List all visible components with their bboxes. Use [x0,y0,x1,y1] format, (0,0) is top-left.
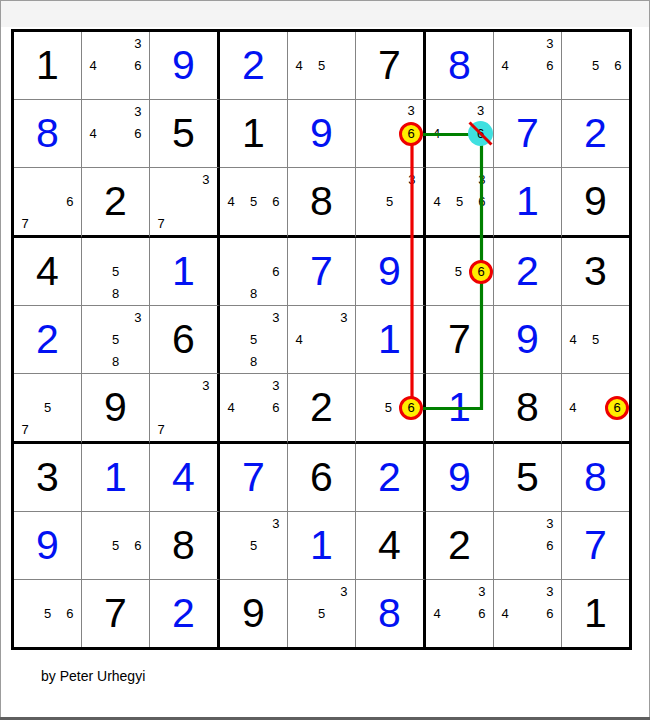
cell-r9c7[interactable]: 346 [426,580,494,647]
cell-value: 8 [494,374,561,441]
cell-value: 5 [150,100,217,167]
candidate-3: 3 [468,100,493,121]
cell-r4c2[interactable]: 58 [82,238,150,306]
cell-r3c4[interactable]: 456 [220,168,288,238]
cell-r9c6[interactable]: 8 [356,580,426,647]
highlighted-candidate-6: 6 [468,121,493,146]
cell-r8c1[interactable]: 9 [14,512,82,580]
candidate-6: 6 [539,54,561,76]
candidate-grid: 56 [562,32,629,99]
cell-r4c8[interactable]: 2 [494,238,562,306]
cell-r1c3[interactable]: 9 [150,32,220,100]
cell-r6c9[interactable]: 46 [562,374,629,444]
cell-value: 9 [356,238,423,305]
cell-r9c3[interactable]: 2 [150,580,220,647]
cell-value: 1 [288,512,355,579]
candidate-8: 8 [104,283,126,305]
candidate-5: 5 [104,328,126,350]
app-window: 1346924578346568346519363467267237456835… [0,0,650,720]
candidate-4: 4 [82,122,104,144]
candidate-grid: 45 [288,32,355,99]
cell-value: 1 [562,580,629,647]
cell-r5c8[interactable]: 9 [494,306,562,374]
candidate-3: 3 [539,580,561,602]
cell-value: 9 [426,444,493,511]
cell-r9c8[interactable]: 346 [494,580,562,647]
cell-r3c6[interactable]: 35 [356,168,426,238]
cell-r4c6[interactable]: 9 [356,238,426,306]
candidate-grid: 456 [220,168,287,235]
cell-value: 1 [494,168,561,235]
cell-r6c1[interactable]: 57 [14,374,82,444]
candidate-grid: 67 [14,168,81,235]
cell-r7c6[interactable]: 2 [356,444,426,512]
highlighted-candidate-6: 6 [399,122,423,146]
candidate-grid: 358 [82,306,149,373]
cell-value: 8 [356,580,423,647]
cell-r5c9[interactable]: 45 [562,306,629,374]
cell-r4c9[interactable]: 3 [562,238,629,306]
cell-r4c1[interactable]: 4 [14,238,82,306]
cell-value: 2 [426,512,493,579]
cell-r1c6[interactable]: 7 [356,32,426,100]
candidate-8: 8 [242,351,264,373]
candidate-3: 3 [127,32,149,54]
cell-value: 7 [494,100,561,167]
candidate-grid: 37 [150,374,217,441]
candidate-3: 3 [471,580,493,602]
candidate-6: 6 [471,602,493,624]
cell-r4c4[interactable]: 68 [220,238,288,306]
candidate-grid: 35 [288,580,355,647]
candidate-5: 5 [378,190,400,212]
cell-value: 1 [220,100,287,167]
candidate-6: 6 [539,602,561,624]
candidate-5: 5 [584,328,606,350]
cell-value: 2 [288,374,355,441]
cell-value: 1 [82,444,149,511]
candidate-grid: 36 [494,512,561,579]
candidate-6: 6 [265,190,287,212]
candidate-4: 4 [288,54,310,76]
candidate-7: 7 [14,213,36,235]
candidate-6: 6 [607,54,629,76]
candidate-5: 5 [104,534,126,556]
cell-r2c8[interactable]: 7 [494,100,562,168]
cell-r5c4[interactable]: 358 [220,306,288,374]
candidate-6: 6 [265,260,287,282]
candidate-3: 3 [265,374,287,396]
cell-r3c2[interactable]: 2 [82,168,150,238]
candidate-grid: 346 [220,374,287,441]
cell-r6c8[interactable]: 8 [494,374,562,444]
candidate-6: 6 [127,122,149,144]
cell-r2c5[interactable]: 9 [288,100,356,168]
cell-value: 5 [494,444,561,511]
candidate-3: 3 [127,306,149,328]
candidate-grid: 46 [562,374,629,441]
cell-r1c5[interactable]: 45 [288,32,356,100]
cell-value: 7 [356,32,423,99]
cell-r7c1[interactable]: 3 [14,444,82,512]
cell-r3c7[interactable]: 3456 [426,168,494,238]
cell-value: 7 [426,306,493,373]
candidate-slot: 6 [468,121,493,146]
cell-value: 9 [288,100,355,167]
candidate-4: 4 [426,190,448,212]
cell-value: 1 [14,32,81,99]
candidate-grid: 35 [220,512,287,579]
cell-r3c5[interactable]: 8 [288,168,356,238]
cell-r6c6[interactable]: 56 [356,374,426,444]
cell-r6c5[interactable]: 2 [288,374,356,444]
candidate-4: 4 [494,602,516,624]
candidate-3: 3 [471,168,493,190]
candidate-grid: 36 [356,100,423,167]
candidate-grid: 346 [494,580,561,647]
cell-value: 1 [150,238,217,305]
candidate-5: 5 [36,602,58,624]
cell-value: 1 [356,306,423,373]
candidate-6: 6 [59,602,81,624]
cell-r9c2[interactable]: 7 [82,580,150,647]
cell-r4c5[interactable]: 7 [288,238,356,306]
candidate-3: 3 [333,580,355,602]
cell-r1c4[interactable]: 2 [220,32,288,100]
candidate-grid: 56 [82,512,149,579]
cell-r2c3[interactable]: 5 [150,100,220,168]
cell-r6c7[interactable]: 1 [426,374,494,444]
candidate-6: 6 [265,396,287,418]
candidate-6: 6 [59,190,81,212]
cell-value: 2 [150,580,217,647]
candidate-3: 3 [265,512,287,534]
candidate-3: 3 [195,374,217,396]
candidate-slot: 6 [399,396,423,420]
candidate-6: 6 [539,534,561,556]
candidate-5: 5 [448,260,470,284]
cell-r7c2[interactable]: 1 [82,444,150,512]
cell-r1c2[interactable]: 346 [82,32,150,100]
cell-r8c9[interactable]: 7 [562,512,629,580]
cell-r7c9[interactable]: 8 [562,444,629,512]
cell-r5c2[interactable]: 358 [82,306,150,374]
cell-r3c8[interactable]: 1 [494,168,562,238]
candidate-3: 3 [127,100,149,122]
candidate-grid: 56 [356,374,423,441]
cell-value: 3 [14,444,81,511]
cell-r9c9[interactable]: 1 [562,580,629,647]
cell-r8c5[interactable]: 1 [288,512,356,580]
candidate-4: 4 [426,121,447,146]
candidate-grid: 56 [14,580,81,647]
candidate-grid: 346 [82,32,149,99]
cell-r1c9[interactable]: 56 [562,32,629,100]
candidate-grid: 34 [288,306,355,373]
candidate-3: 3 [539,512,561,534]
author-caption: by Peter Urhegyi [41,668,145,684]
window-top-strip [1,1,649,27]
candidate-3: 3 [539,32,561,54]
candidate-grid: 58 [82,238,149,305]
cell-r9c1[interactable]: 56 [14,580,82,647]
cell-r2c4[interactable]: 1 [220,100,288,168]
cell-value: 9 [82,374,149,441]
sudoku-diagram: 1346924578346568346519363467267237456835… [0,0,650,717]
cell-r1c8[interactable]: 346 [494,32,562,100]
cell-value: 2 [220,32,287,99]
cell-value: 4 [356,512,423,579]
candidate-6: 6 [127,54,149,76]
candidate-4: 4 [494,54,516,76]
highlighted-candidate-6: 6 [469,260,493,284]
cell-r6c2[interactable]: 9 [82,374,150,444]
candidate-7: 7 [150,213,172,235]
cell-value: 2 [14,306,81,373]
cell-r8c3[interactable]: 8 [150,512,220,580]
candidate-5: 5 [242,534,264,556]
candidate-grid: 346 [426,580,493,647]
cell-r2c2[interactable]: 346 [82,100,150,168]
candidate-5: 5 [104,260,126,282]
cell-r1c1[interactable]: 1 [14,32,82,100]
candidate-grid: 57 [14,374,81,441]
cell-r6c4[interactable]: 346 [220,374,288,444]
cell-r4c3[interactable]: 1 [150,238,220,306]
candidate-7: 7 [14,419,36,441]
cell-r2c9[interactable]: 2 [562,100,629,168]
cell-r8c4[interactable]: 35 [220,512,288,580]
candidate-3: 3 [195,168,217,190]
candidate-grid: 37 [150,168,217,235]
cell-r7c7[interactable]: 9 [426,444,494,512]
cell-r2c1[interactable]: 8 [14,100,82,168]
cell-value: 9 [494,306,561,373]
candidate-5: 5 [310,602,332,624]
cell-value: 2 [562,100,629,167]
candidate-grid: 346 [494,32,561,99]
cell-value: 4 [150,444,217,511]
cell-value: 8 [562,444,629,511]
candidate-grid: 35 [356,168,423,235]
candidate-4: 4 [82,54,104,76]
cell-value: 8 [14,100,81,167]
candidate-grid: 45 [562,306,629,373]
cell-value: 9 [14,512,81,579]
sudoku-board: 1346924578346568346519363467267237456835… [11,29,632,650]
cell-r5c6[interactable]: 1 [356,306,426,374]
cell-value: 6 [288,444,355,511]
candidate-3: 3 [333,306,355,328]
candidate-grid: 358 [220,306,287,373]
cell-r8c6[interactable]: 4 [356,512,426,580]
candidate-5: 5 [36,396,58,418]
cell-value: 3 [562,238,629,305]
candidate-slot: 6 [605,396,629,420]
cell-r7c4[interactable]: 7 [220,444,288,512]
candidate-3: 3 [401,168,423,190]
cell-value: 8 [426,32,493,99]
candidate-5: 5 [378,396,400,420]
cell-value: 2 [82,168,149,235]
candidate-grid: 3456 [426,168,493,235]
candidate-4: 4 [220,396,242,418]
candidate-5: 5 [242,190,264,212]
candidate-4: 4 [288,328,310,350]
cell-value: 1 [426,374,493,441]
candidate-3: 3 [265,306,287,328]
cell-value: 7 [82,580,149,647]
candidate-slot: 6 [469,260,493,284]
cell-r7c5[interactable]: 6 [288,444,356,512]
candidate-5: 5 [242,328,264,350]
highlighted-candidate-6: 6 [605,396,629,420]
candidate-grid: 346 [426,100,493,167]
cell-r3c1[interactable]: 67 [14,168,82,238]
cell-r8c7[interactable]: 2 [426,512,494,580]
candidate-grid: 56 [426,238,493,305]
candidate-4: 4 [562,396,584,420]
cell-value: 7 [562,512,629,579]
cell-value: 6 [150,306,217,373]
candidate-6: 6 [471,190,493,212]
cell-r5c7[interactable]: 7 [426,306,494,374]
cell-value: 9 [562,168,629,235]
cell-r3c3[interactable]: 37 [150,168,220,238]
cell-value: 2 [356,444,423,511]
cell-r4c7[interactable]: 56 [426,238,494,306]
cell-value: 4 [14,238,81,305]
candidate-4: 4 [426,602,448,624]
highlighted-candidate-6: 6 [399,396,423,420]
candidate-3: 3 [399,100,423,122]
cell-r7c8[interactable]: 5 [494,444,562,512]
cell-value: 2 [494,238,561,305]
cell-r9c4[interactable]: 9 [220,580,288,647]
cell-r5c3[interactable]: 6 [150,306,220,374]
cell-r5c1[interactable]: 2 [14,306,82,374]
cell-r5c5[interactable]: 34 [288,306,356,374]
candidate-5: 5 [310,54,332,76]
cell-r8c8[interactable]: 36 [494,512,562,580]
cell-value: 7 [220,444,287,511]
candidate-8: 8 [242,283,264,305]
cell-value: 7 [288,238,355,305]
cell-r1c7[interactable]: 8 [426,32,494,100]
cell-r7c3[interactable]: 4 [150,444,220,512]
cell-r3c9[interactable]: 9 [562,168,629,238]
cell-r8c2[interactable]: 56 [82,512,150,580]
candidate-grid: 346 [82,100,149,167]
cell-value: 9 [220,580,287,647]
cell-r2c6[interactable]: 36 [356,100,426,168]
candidate-7: 7 [150,419,172,441]
candidate-grid: 68 [220,238,287,305]
candidate-4: 4 [220,190,242,212]
candidate-5: 5 [584,54,606,76]
cell-r2c7[interactable]: 346 [426,100,494,168]
candidate-4: 4 [562,328,584,350]
candidate-slot: 6 [399,122,423,146]
candidate-6: 6 [127,534,149,556]
cell-value: 9 [150,32,217,99]
cell-value: 8 [288,168,355,235]
cell-value: 8 [150,512,217,579]
candidate-5: 5 [448,190,470,212]
cell-r9c5[interactable]: 35 [288,580,356,647]
cell-r6c3[interactable]: 37 [150,374,220,444]
candidate-8: 8 [104,351,126,373]
